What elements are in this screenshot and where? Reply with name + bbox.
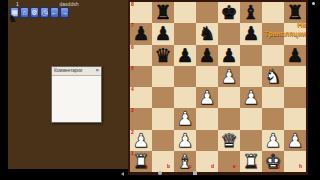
- rank-label-8: 8: [131, 2, 134, 8]
- piece-black-king: ♚: [218, 2, 240, 24]
- next-move-button[interactable]: →: [60, 7, 69, 18]
- square-g6[interactable]: [262, 45, 284, 66]
- square-b4[interactable]: [152, 87, 174, 108]
- square-e5[interactable]: ♟: [218, 66, 240, 87]
- engine-button[interactable]: ⚙: [30, 7, 39, 18]
- broadcast-watermark-line1: На: [264, 21, 306, 30]
- square-e1[interactable]: [218, 151, 240, 172]
- close-icon[interactable]: ×: [95, 67, 99, 74]
- square-f7[interactable]: ♟: [240, 23, 262, 44]
- square-c1[interactable]: ♝: [174, 151, 196, 172]
- square-e3[interactable]: [218, 108, 240, 129]
- square-b5[interactable]: [152, 66, 174, 87]
- square-d5[interactable]: [196, 66, 218, 87]
- piece-black-pawn: ♟: [284, 45, 306, 67]
- file-label-h: h: [299, 164, 302, 170]
- piece-white-pawn: ♟: [262, 130, 284, 152]
- app-title: dasddsh: [8, 1, 130, 7]
- square-d1[interactable]: [196, 151, 218, 172]
- square-c5[interactable]: [174, 66, 196, 87]
- square-b6[interactable]: ♛: [152, 45, 174, 66]
- android-home-icon[interactable]: [158, 171, 162, 175]
- piece-black-bishop: ♝: [240, 2, 262, 24]
- piece-white-knight: ♞: [262, 66, 284, 88]
- piece-black-pawn: ♟: [196, 45, 218, 67]
- square-g1[interactable]: ♚: [262, 151, 284, 172]
- piece-black-rook: ♜: [152, 2, 174, 24]
- toolbar: ▦⌂⚙◷←→: [10, 7, 69, 18]
- square-b2[interactable]: [152, 130, 174, 151]
- piece-white-pawn: ♟: [196, 87, 218, 109]
- square-c4[interactable]: [174, 87, 196, 108]
- square-h4[interactable]: [284, 87, 306, 108]
- square-g2[interactable]: ♟: [262, 130, 284, 151]
- file-label-g: g: [277, 164, 280, 170]
- square-f5[interactable]: [240, 66, 262, 87]
- square-e7[interactable]: [218, 23, 240, 44]
- broadcast-watermark-line2: Трансляции: [264, 30, 306, 39]
- square-d2[interactable]: [196, 130, 218, 151]
- comments-window-body[interactable]: [52, 76, 101, 123]
- file-label-a: a: [145, 164, 148, 170]
- prev-move-button[interactable]: ←: [50, 7, 59, 18]
- square-h5[interactable]: [284, 66, 306, 87]
- square-e4[interactable]: [218, 87, 240, 108]
- piece-white-pawn: ♟: [174, 130, 196, 152]
- rank-label-6: 6: [131, 45, 134, 51]
- square-f3[interactable]: [240, 108, 262, 129]
- piece-white-rook: ♜: [240, 151, 262, 173]
- square-e2[interactable]: ♛: [218, 130, 240, 151]
- piece-white-pawn: ♟: [240, 87, 262, 109]
- piece-white-pawn: ♟: [174, 108, 196, 130]
- file-label-d: d: [211, 164, 214, 170]
- square-b8[interactable]: ♜: [152, 2, 174, 23]
- rank-label-7: 7: [131, 23, 134, 29]
- square-e6[interactable]: ♟: [218, 45, 240, 66]
- square-b1[interactable]: [152, 151, 174, 172]
- knight-cursor-icon: ♞: [8, 13, 17, 24]
- rank-label-5: 5: [131, 66, 134, 72]
- square-d7[interactable]: ♞: [196, 23, 218, 44]
- android-recents-icon[interactable]: [193, 171, 197, 175]
- square-h2[interactable]: ♟: [284, 130, 306, 151]
- piece-white-pawn: ♟: [284, 130, 306, 152]
- comments-window: Комментарии ×: [51, 66, 102, 123]
- status-dot-icon: [312, 2, 315, 5]
- square-f8[interactable]: ♝: [240, 2, 262, 23]
- square-c6[interactable]: ♟: [174, 45, 196, 66]
- square-h6[interactable]: ♟: [284, 45, 306, 66]
- piece-black-pawn: ♟: [240, 23, 262, 45]
- square-h1[interactable]: [284, 151, 306, 172]
- square-f1[interactable]: ♜: [240, 151, 262, 172]
- square-g5[interactable]: ♞: [262, 66, 284, 87]
- piece-white-bishop: ♝: [174, 151, 196, 173]
- rank-label-2: 2: [131, 130, 134, 136]
- piece-black-pawn: ♟: [218, 45, 240, 67]
- piece-white-pawn: ♟: [218, 66, 240, 88]
- file-label-b: b: [167, 164, 170, 170]
- square-g3[interactable]: [262, 108, 284, 129]
- file-label-c: c: [189, 164, 192, 170]
- square-b3[interactable]: [152, 108, 174, 129]
- rank-label-4: 4: [131, 87, 134, 93]
- square-c8[interactable]: [174, 2, 196, 23]
- square-e8[interactable]: ♚: [218, 2, 240, 23]
- android-back-icon[interactable]: [121, 172, 124, 176]
- piece-white-queen: ♛: [218, 130, 240, 152]
- clock-button[interactable]: ◷: [40, 7, 49, 18]
- piece-white-king: ♚: [262, 151, 284, 173]
- square-g4[interactable]: [262, 87, 284, 108]
- square-f2[interactable]: [240, 130, 262, 151]
- piece-black-knight: ♞: [196, 23, 218, 45]
- piece-black-pawn: ♟: [152, 23, 174, 45]
- piece-black-pawn: ♟: [174, 45, 196, 67]
- square-c2[interactable]: ♟: [174, 130, 196, 151]
- square-h3[interactable]: [284, 108, 306, 129]
- square-f6[interactable]: [240, 45, 262, 66]
- square-d6[interactable]: ♟: [196, 45, 218, 66]
- move-number-label: 1: [16, 1, 19, 7]
- broadcast-watermark: На Трансляции: [264, 21, 306, 38]
- comments-window-titlebar[interactable]: Комментарии ×: [52, 67, 101, 76]
- rank-label-3: 3: [131, 108, 134, 114]
- file-label-f: f: [255, 164, 257, 170]
- square-c3[interactable]: ♟: [174, 108, 196, 129]
- home-button[interactable]: ⌂: [20, 7, 29, 18]
- square-d4[interactable]: ♟: [196, 87, 218, 108]
- square-f4[interactable]: ♟: [240, 87, 262, 108]
- square-b7[interactable]: ♟: [152, 23, 174, 44]
- square-d8[interactable]: [196, 2, 218, 23]
- screen: dasddsh 1 ▦⌂⚙◷←→ ♞ Комментарии × ♜♚♝♜♟♟♞…: [0, 0, 320, 180]
- square-d3[interactable]: [196, 108, 218, 129]
- file-label-e: e: [233, 164, 236, 170]
- square-c7[interactable]: [174, 23, 196, 44]
- rank-label-1: 1: [131, 151, 134, 157]
- piece-black-queen: ♛: [152, 45, 174, 67]
